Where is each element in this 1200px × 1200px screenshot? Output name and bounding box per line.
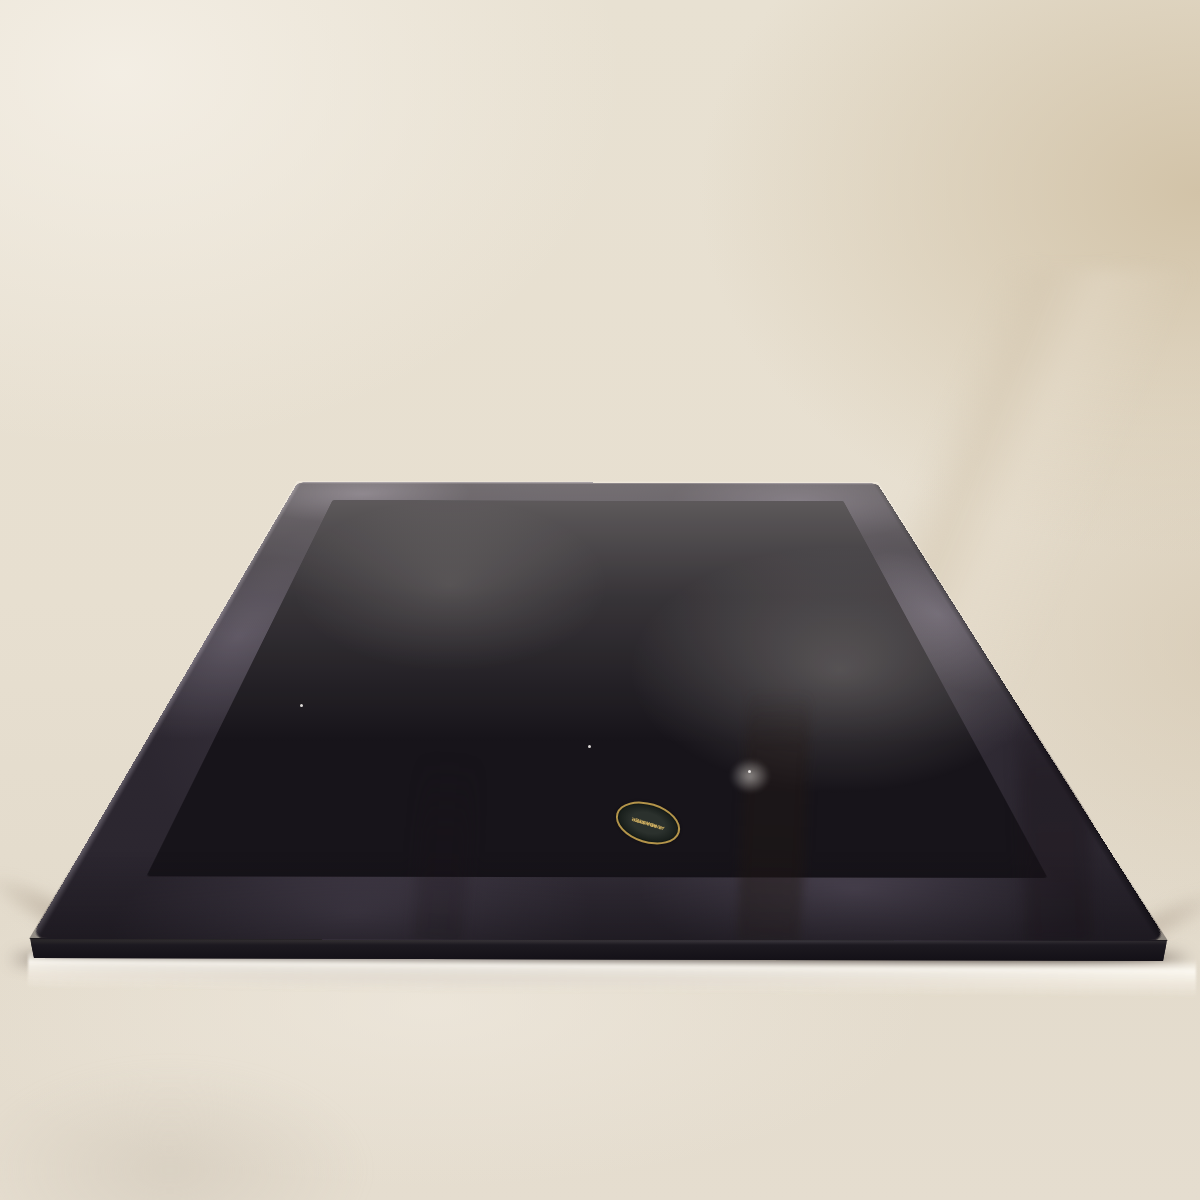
reflection-streak-center <box>736 687 811 944</box>
sparkle-dot <box>748 770 751 773</box>
reflection-haze-left <box>240 470 660 700</box>
scene: HAND CARVED GENUINE ALABASTER MADE IN SP… <box>0 0 1200 1200</box>
dust-smudge <box>722 752 778 800</box>
sparkle-dot <box>300 704 303 707</box>
near-edge-shading <box>0 835 1200 945</box>
sparkle-dot <box>588 745 591 748</box>
table-vignette <box>0 1030 430 1200</box>
